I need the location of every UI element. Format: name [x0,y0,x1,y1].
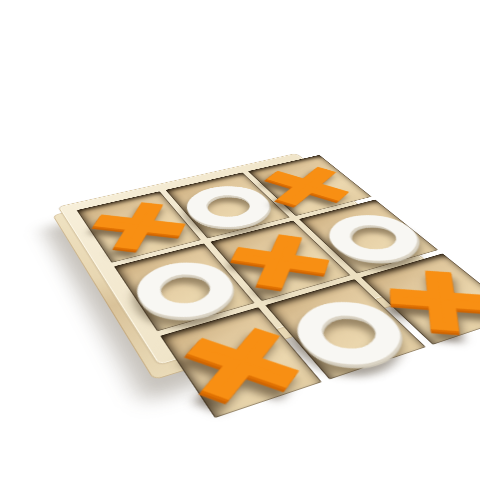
product-photo-scene: × ○ × ○ × ○ × ○ × [0,0,480,480]
